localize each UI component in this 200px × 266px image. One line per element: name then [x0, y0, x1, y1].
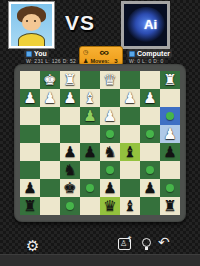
legal-move-dot [166, 112, 174, 120]
square-g6[interactable] [40, 161, 60, 179]
square-b5[interactable] [140, 143, 160, 161]
square-e5[interactable]: ♟ [80, 143, 100, 161]
square-f5[interactable]: ♟ [60, 143, 80, 161]
timer-row: ◷ ∞ [80, 47, 122, 56]
square-d3[interactable]: ♟ [100, 107, 120, 125]
square-f2[interactable]: ♟ [60, 89, 80, 107]
legal-move-dot [146, 130, 154, 138]
square-h1[interactable] [20, 71, 40, 89]
square-e4[interactable] [80, 125, 100, 143]
square-h4[interactable] [20, 125, 40, 143]
avatar-face [22, 14, 41, 31]
square-d4[interactable] [100, 125, 120, 143]
square-h2[interactable]: ♟ [20, 89, 40, 107]
avatar-eye [34, 20, 36, 22]
square-b3[interactable] [140, 107, 160, 125]
export-board-icon[interactable]: ♙ ↑ [118, 238, 131, 250]
black-pawn: ♟ [100, 179, 120, 197]
legal-move-dot [106, 130, 114, 138]
square-b4[interactable] [140, 125, 160, 143]
square-f6[interactable]: ♞ [60, 161, 80, 179]
black-pawn: ♟ [60, 143, 80, 161]
black-knight: ♞ [60, 161, 80, 179]
square-g7[interactable] [40, 179, 60, 197]
player-badge-icon [26, 51, 32, 57]
chess-app-screen: VS Ai You W: 231 L: 126 D: 52 ◷ ∞ ♟ Move… [0, 0, 200, 266]
square-a6[interactable] [160, 161, 180, 179]
ai-logo-text: Ai [144, 17, 157, 32]
square-f4[interactable] [60, 125, 80, 143]
undo-icon[interactable]: ↶ [158, 234, 170, 250]
square-b1[interactable] [140, 71, 160, 89]
white-rook: ♜ [60, 71, 80, 89]
white-pawn: ♟ [140, 89, 160, 107]
computer-name-bar: Computer [127, 49, 172, 58]
square-h7[interactable]: ♟ [20, 179, 40, 197]
black-bishop: ♝ [120, 143, 140, 161]
square-c5[interactable]: ♝ [120, 143, 140, 161]
black-pawn: ♟ [160, 143, 180, 161]
player-name-bar: You [24, 49, 49, 58]
square-a4[interactable]: ♟ [160, 125, 180, 143]
player-name: You [34, 49, 47, 58]
square-b8[interactable] [140, 197, 160, 215]
white-rook: ♜ [160, 71, 180, 89]
infinite-time-label: ∞ [87, 48, 123, 56]
square-g1[interactable]: ♚ [40, 71, 60, 89]
black-bishop: ♝ [120, 197, 140, 215]
square-f3[interactable] [60, 107, 80, 125]
bottom-strip [0, 254, 200, 266]
black-king: ♚ [60, 179, 80, 197]
white-bishop: ♝ [80, 89, 100, 107]
black-queen: ♛ [100, 197, 120, 215]
black-pawn: ♟ [20, 179, 40, 197]
hint-lightbulb-icon[interactable] [142, 238, 151, 247]
square-g3[interactable] [40, 107, 60, 125]
square-g5[interactable] [40, 143, 60, 161]
square-c1[interactable] [120, 71, 140, 89]
square-d2[interactable] [100, 89, 120, 107]
computer-name: Computer [137, 49, 170, 58]
square-b6[interactable] [140, 161, 160, 179]
square-c7[interactable] [120, 179, 140, 197]
square-c2[interactable]: ♟ [120, 89, 140, 107]
white-queen: ♛ [100, 71, 120, 89]
square-e2[interactable]: ♝ [80, 89, 100, 107]
square-a5[interactable]: ♟ [160, 143, 180, 161]
square-c8[interactable]: ♝ [120, 197, 140, 215]
match-info-box: ◷ ∞ ♟ Moves: 3 [79, 46, 123, 66]
square-a1[interactable]: ♜ [160, 71, 180, 89]
white-pawn: ♟ [100, 107, 120, 125]
black-rook: ♜ [160, 197, 180, 215]
square-g4[interactable] [40, 125, 60, 143]
export-arrow-glyph: ↑ [126, 235, 133, 244]
square-g8[interactable] [40, 197, 60, 215]
square-b7[interactable]: ♟ [140, 179, 160, 197]
moves-label: Moves: [90, 58, 109, 64]
white-pawn: ♟ [160, 125, 180, 143]
chess-board-frame: ♚♜♛♜♟♟♟♝♟♟♟♟♟♟♟♞♝♟♞♟♚♟♟♜♛♝♜ [14, 64, 186, 222]
vs-label: VS [57, 8, 103, 38]
computer-avatar: Ai [121, 1, 170, 49]
square-f7[interactable]: ♚ [60, 179, 80, 197]
square-f8[interactable] [60, 197, 80, 215]
square-h3[interactable] [20, 107, 40, 125]
square-e1[interactable] [80, 71, 100, 89]
player-avatar-image [11, 4, 52, 46]
square-h6[interactable] [20, 161, 40, 179]
square-c4[interactable] [120, 125, 140, 143]
settings-gear-icon[interactable]: ⚙ [26, 238, 39, 254]
black-rook: ♜ [20, 197, 40, 215]
black-pawn: ♟ [140, 179, 160, 197]
square-d1[interactable]: ♛ [100, 71, 120, 89]
white-pawn: ♟ [80, 107, 100, 125]
black-knight: ♞ [100, 143, 120, 161]
square-b2[interactable]: ♟ [140, 89, 160, 107]
square-d8[interactable]: ♛ [100, 197, 120, 215]
white-pawn: ♟ [60, 89, 80, 107]
square-e3[interactable]: ♟ [80, 107, 100, 125]
square-g2[interactable]: ♟ [40, 89, 60, 107]
square-d5[interactable]: ♞ [100, 143, 120, 161]
avatar-eye [26, 20, 28, 22]
square-h5[interactable] [20, 143, 40, 161]
legal-move-dot [166, 184, 174, 192]
square-e8[interactable] [80, 197, 100, 215]
square-c6[interactable] [120, 161, 140, 179]
moves-count: 3 [114, 58, 117, 64]
player-avatar [8, 1, 55, 49]
legal-move-dot [106, 166, 114, 174]
square-d7[interactable]: ♟ [100, 179, 120, 197]
square-a7[interactable] [160, 179, 180, 197]
white-pawn: ♟ [40, 89, 60, 107]
white-king: ♚ [40, 71, 60, 89]
square-h8[interactable]: ♜ [20, 197, 40, 215]
white-pawn: ♟ [20, 89, 40, 107]
square-d6[interactable] [100, 161, 120, 179]
avatar-shirt [18, 33, 45, 46]
square-e7[interactable] [80, 179, 100, 197]
square-a2[interactable] [160, 89, 180, 107]
square-a3[interactable] [160, 107, 180, 125]
square-f1[interactable]: ♜ [60, 71, 80, 89]
legal-move-dot [86, 184, 94, 192]
square-e6[interactable] [80, 161, 100, 179]
white-pawn: ♟ [120, 89, 140, 107]
legal-move-dot [146, 166, 154, 174]
computer-badge-icon [129, 51, 135, 57]
legal-move-dot [66, 202, 74, 210]
square-a8[interactable]: ♜ [160, 197, 180, 215]
square-c3[interactable] [120, 107, 140, 125]
chess-board: ♚♜♛♜♟♟♟♝♟♟♟♟♟♟♟♞♝♟♞♟♚♟♟♜♛♝♜ [20, 71, 180, 215]
black-pawn: ♟ [80, 143, 100, 161]
